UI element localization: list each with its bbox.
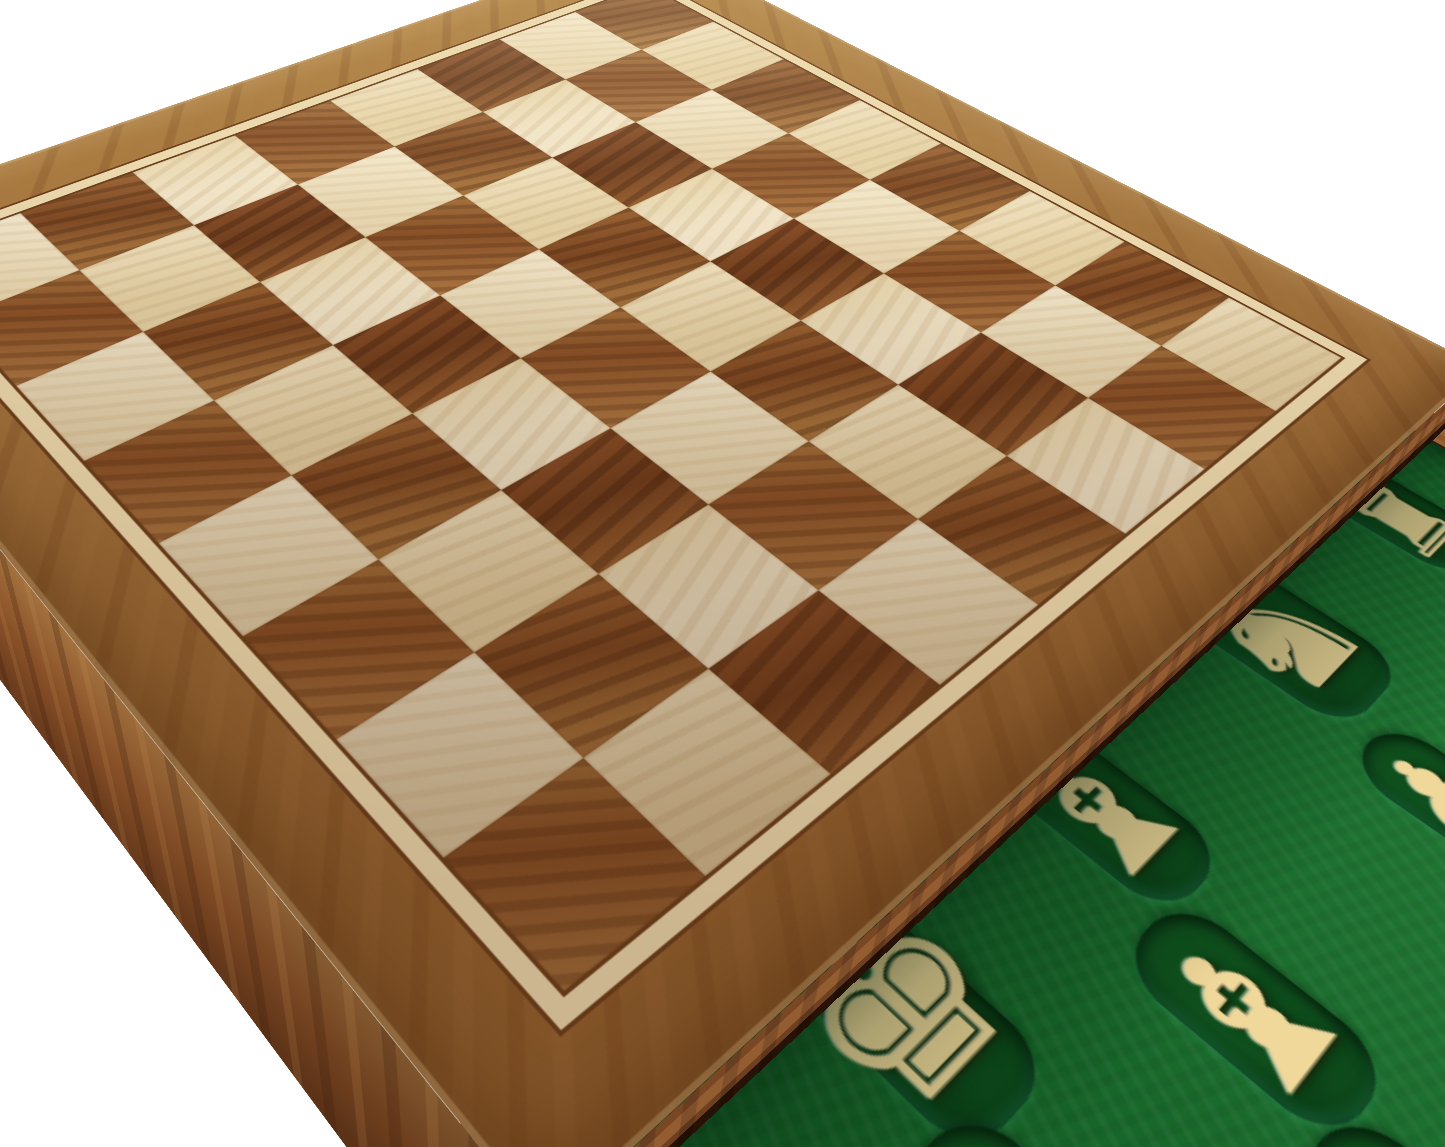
white-pawn-piece-icon: ♟: [1363, 730, 1445, 854]
white-bishop-piece-icon: ♝: [1120, 895, 1385, 1147]
chess-box: ♜♞♝♚♟♟♝♛♟♟♞♜♟♟♟♟: [0, 100, 1395, 1147]
piece-slot: ♟: [1345, 718, 1445, 867]
perspective-container: ♜♞♝♚♟♟♝♛♟♟♞♜♟♟♟♟: [0, 0, 1445, 1147]
chess-set-product-photo: ♜♞♝♚♟♟♝♛♟♟♞♜♟♟♟♟: [0, 0, 1445, 1147]
